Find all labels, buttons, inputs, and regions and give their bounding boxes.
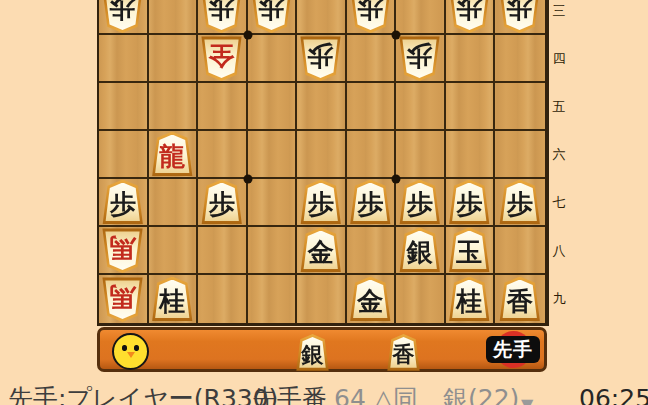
piece-glyph: 歩	[110, 0, 136, 21]
board-square[interactable]: 歩	[198, 179, 248, 227]
board-square[interactable]: 龍	[149, 131, 199, 179]
board-square[interactable]: 歩	[495, 0, 545, 35]
hoshi-dot	[243, 175, 252, 184]
sente-badge: 先手	[486, 336, 540, 363]
player-info: 先手:プレイヤー(R330)	[8, 384, 278, 405]
board-square[interactable]	[446, 131, 496, 179]
board-square[interactable]	[248, 35, 298, 83]
piece-dragon-sente[interactable]: 龍	[152, 132, 193, 177]
board-square[interactable]: 歩	[446, 179, 496, 227]
board-square[interactable]: 香	[495, 275, 545, 323]
piece-glyph: 歩	[507, 191, 533, 217]
piece-glyph: 金	[308, 239, 334, 265]
piece-glyph: 全	[209, 43, 235, 69]
piece-glyph: 歩	[507, 0, 533, 21]
board-square[interactable]: 桂	[149, 275, 199, 323]
piece-glyph: 歩	[407, 43, 433, 69]
board-square[interactable]	[297, 83, 347, 131]
board-square[interactable]: 桂	[446, 275, 496, 323]
shogi-board: 歩歩歩歩歩歩全歩歩龍歩歩歩歩歩歩歩馬金銀玉馬桂金桂香	[97, 0, 549, 326]
board-square[interactable]	[198, 275, 248, 323]
board-square[interactable]	[396, 0, 446, 35]
rank-label: 七	[550, 193, 568, 213]
board-square[interactable]	[297, 0, 347, 35]
board-square[interactable]	[347, 227, 397, 275]
rank-label: 四	[550, 49, 568, 69]
board-square[interactable]: 歩	[248, 0, 298, 35]
board-square[interactable]	[149, 179, 199, 227]
board-square[interactable]	[297, 275, 347, 323]
board-square[interactable]	[396, 275, 446, 323]
chick-beak	[127, 352, 135, 358]
piece-horse-gote[interactable]: 馬	[102, 277, 143, 322]
board-square[interactable]	[149, 35, 199, 83]
board-square[interactable]: 銀	[396, 227, 446, 275]
piece-pawn-gote[interactable]: 歩	[399, 36, 440, 81]
board-square[interactable]: 全	[198, 35, 248, 83]
piece-glyph: 銀	[407, 239, 433, 265]
hand-piece-silver[interactable]: 銀	[296, 334, 329, 371]
board-square[interactable]: 歩	[99, 179, 149, 227]
board-square[interactable]: 金	[347, 275, 397, 323]
board-square[interactable]: 玉	[446, 227, 496, 275]
board-grid: 歩歩歩歩歩歩全歩歩龍歩歩歩歩歩歩歩馬金銀玉馬桂金桂香	[99, 0, 545, 323]
rank-label: 三	[550, 1, 568, 21]
piece-glyph: 歩	[308, 43, 334, 69]
hoshi-dot	[392, 31, 401, 40]
chevron-down-icon[interactable]: ▼	[521, 390, 533, 405]
board-square[interactable]: 歩	[347, 179, 397, 227]
piece-glyph: 歩	[308, 191, 334, 217]
chick-eye	[134, 345, 139, 351]
piece-glyph: 龍	[159, 143, 185, 169]
chick-eye	[122, 345, 127, 351]
piece-pawn-gote[interactable]: 歩	[449, 0, 490, 33]
board-square[interactable]	[347, 131, 397, 179]
piece-pawn-sente[interactable]: 歩	[499, 180, 540, 225]
board-square[interactable]	[347, 83, 397, 131]
turn-indicator: 先手番	[252, 384, 327, 405]
board-square[interactable]: 歩	[347, 0, 397, 35]
piece-glyph: 馬	[110, 284, 136, 310]
board-square[interactable]	[446, 35, 496, 83]
hand-tray: 銀 香 先手	[97, 327, 547, 372]
piece-silver-sente[interactable]: 銀	[399, 228, 440, 273]
piece-pawn-gote[interactable]: 歩	[499, 0, 540, 33]
piece-glyph: 桂	[456, 288, 482, 314]
board-square[interactable]: 歩	[396, 35, 446, 83]
piece-horse-gote[interactable]: 馬	[102, 228, 143, 273]
board-square[interactable]	[297, 131, 347, 179]
piece-knight-sente[interactable]: 桂	[449, 277, 490, 322]
piece-glyph: 歩	[209, 191, 235, 217]
piece-pawn-sente[interactable]: 歩	[201, 180, 242, 225]
game-clock: 06:25	[579, 384, 648, 405]
board-square[interactable]: 歩	[99, 0, 149, 35]
move-counter[interactable]: 64 △同 銀(22)	[334, 384, 519, 405]
piece-glyph: 香	[507, 288, 533, 314]
piece-gold-sente[interactable]: 金	[350, 277, 391, 322]
board-square[interactable]: 馬	[99, 227, 149, 275]
board-square[interactable]	[198, 227, 248, 275]
board-square[interactable]: 馬	[99, 275, 149, 323]
piece-pawn-gote[interactable]: 歩	[251, 0, 292, 33]
piece-knight-sente[interactable]: 桂	[152, 277, 193, 322]
board-square[interactable]	[495, 83, 545, 131]
board-square[interactable]	[495, 227, 545, 275]
piece-glyph: 歩	[357, 191, 383, 217]
board-square[interactable]	[149, 83, 199, 131]
board-square[interactable]	[99, 131, 149, 179]
board-square[interactable]	[248, 131, 298, 179]
hand-piece-label: 銀	[302, 343, 324, 365]
piece-promoted-silver-gote[interactable]: 全	[201, 36, 242, 81]
board-square[interactable]	[248, 275, 298, 323]
piece-king-sente[interactable]: 玉	[449, 228, 490, 273]
piece-pawn-sente[interactable]: 歩	[449, 180, 490, 225]
piece-glyph: 歩	[209, 0, 235, 21]
hand-piece-label: 香	[393, 343, 415, 365]
board-square[interactable]	[347, 35, 397, 83]
hand-piece-lance[interactable]: 香	[387, 334, 420, 371]
board-square[interactable]	[99, 83, 149, 131]
board-square[interactable]: 歩	[495, 179, 545, 227]
status-bar: 先手:プレイヤー(R330) 先手番 64 △同 銀(22) ▼ 06:25	[0, 372, 648, 405]
board-square[interactable]	[495, 131, 545, 179]
piece-glyph: 歩	[456, 191, 482, 217]
board-square[interactable]	[198, 83, 248, 131]
hoshi-dot	[243, 31, 252, 40]
rank-label: 五	[550, 97, 568, 117]
piece-glyph: 歩	[456, 0, 482, 21]
board-square[interactable]	[446, 83, 496, 131]
piece-glyph: 玉	[456, 239, 482, 265]
piece-gold-sente[interactable]: 金	[300, 228, 341, 273]
piece-pawn-gote[interactable]: 歩	[300, 36, 341, 81]
rank-labels: 三四五六七八九	[550, 0, 568, 326]
board-square[interactable]	[248, 227, 298, 275]
board-square[interactable]	[396, 83, 446, 131]
board-square[interactable]: 歩	[446, 0, 496, 35]
board-square[interactable]: 歩	[297, 179, 347, 227]
board-square[interactable]	[495, 35, 545, 83]
piece-glyph: 歩	[258, 0, 284, 21]
piece-pawn-gote[interactable]: 歩	[102, 0, 143, 33]
piece-pawn-gote[interactable]: 歩	[201, 0, 242, 33]
rank-label: 八	[550, 241, 568, 261]
board-square[interactable]	[248, 83, 298, 131]
board-square[interactable]	[149, 227, 199, 275]
piece-glyph: 歩	[357, 0, 383, 21]
piece-lance-sente[interactable]: 香	[499, 277, 540, 322]
board-square[interactable]: 歩	[297, 35, 347, 83]
board-square[interactable]: 金	[297, 227, 347, 275]
chick-icon	[112, 333, 149, 370]
piece-pawn-sente[interactable]: 歩	[102, 180, 143, 225]
piece-glyph: 歩	[110, 191, 136, 217]
piece-pawn-sente[interactable]: 歩	[399, 180, 440, 225]
piece-pawn-gote[interactable]: 歩	[350, 0, 391, 33]
piece-glyph: 桂	[159, 288, 185, 314]
board-square[interactable]	[149, 0, 199, 35]
board-square[interactable]	[248, 179, 298, 227]
board-square[interactable]	[198, 131, 248, 179]
piece-pawn-sente[interactable]: 歩	[350, 180, 391, 225]
rank-label: 九	[550, 289, 568, 309]
board-square[interactable]: 歩	[396, 179, 446, 227]
board-square[interactable]	[396, 131, 446, 179]
piece-glyph: 馬	[110, 235, 136, 261]
page: 歩歩歩歩歩歩全歩歩龍歩歩歩歩歩歩歩馬金銀玉馬桂金桂香 三四五六七八九 銀 香 先…	[0, 0, 648, 405]
rank-label: 六	[550, 145, 568, 165]
hoshi-dot	[392, 175, 401, 184]
piece-pawn-sente[interactable]: 歩	[300, 180, 341, 225]
board-square[interactable]	[99, 35, 149, 83]
piece-glyph: 歩	[407, 191, 433, 217]
piece-glyph: 金	[357, 288, 383, 314]
board-square[interactable]: 歩	[198, 0, 248, 35]
